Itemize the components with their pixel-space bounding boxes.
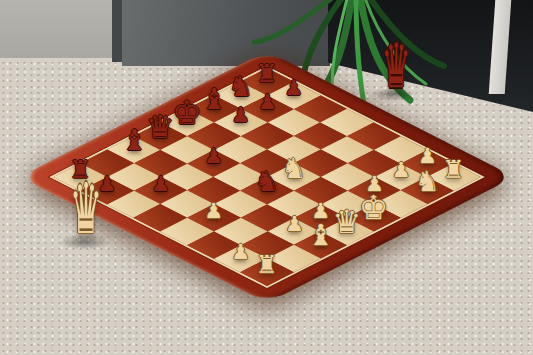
square-a1[interactable]: ♜ [240, 259, 293, 286]
off-board-white-queen[interactable]: ♛ [69, 173, 102, 243]
pawn-glyph: ♟ [231, 106, 250, 127]
rook-glyph: ♜ [256, 252, 278, 277]
wall-corner-edge [112, 0, 122, 62]
pawn-glyph: ♟ [151, 174, 170, 195]
pawn-glyph: ♟ [391, 160, 410, 181]
bishop-glyph: ♝ [121, 127, 147, 156]
off-board-red-queen[interactable]: ♛ [381, 36, 411, 97]
bishop-glyph: ♝ [307, 222, 333, 251]
pawn-glyph: ♟ [258, 92, 277, 113]
wall [0, 0, 114, 58]
pawn-glyph: ♟ [231, 242, 250, 263]
pawn-glyph: ♟ [204, 147, 223, 168]
white-rook-a1[interactable]: ♜ [248, 253, 286, 291]
pawn-glyph: ♟ [204, 201, 223, 222]
knight-glyph: ♞ [254, 168, 279, 196]
pawn-glyph: ♟ [284, 79, 303, 100]
chess-set-photo-scene: ♛ ♛ ♜♝♛♚♝♞♜♟♟♟♟♟♟♟♞♞♟♟♟♟♟♟♜♝♛♚♞♜ [0, 0, 533, 355]
knight-glyph: ♞ [415, 168, 440, 196]
pawn-glyph: ♟ [284, 215, 303, 236]
